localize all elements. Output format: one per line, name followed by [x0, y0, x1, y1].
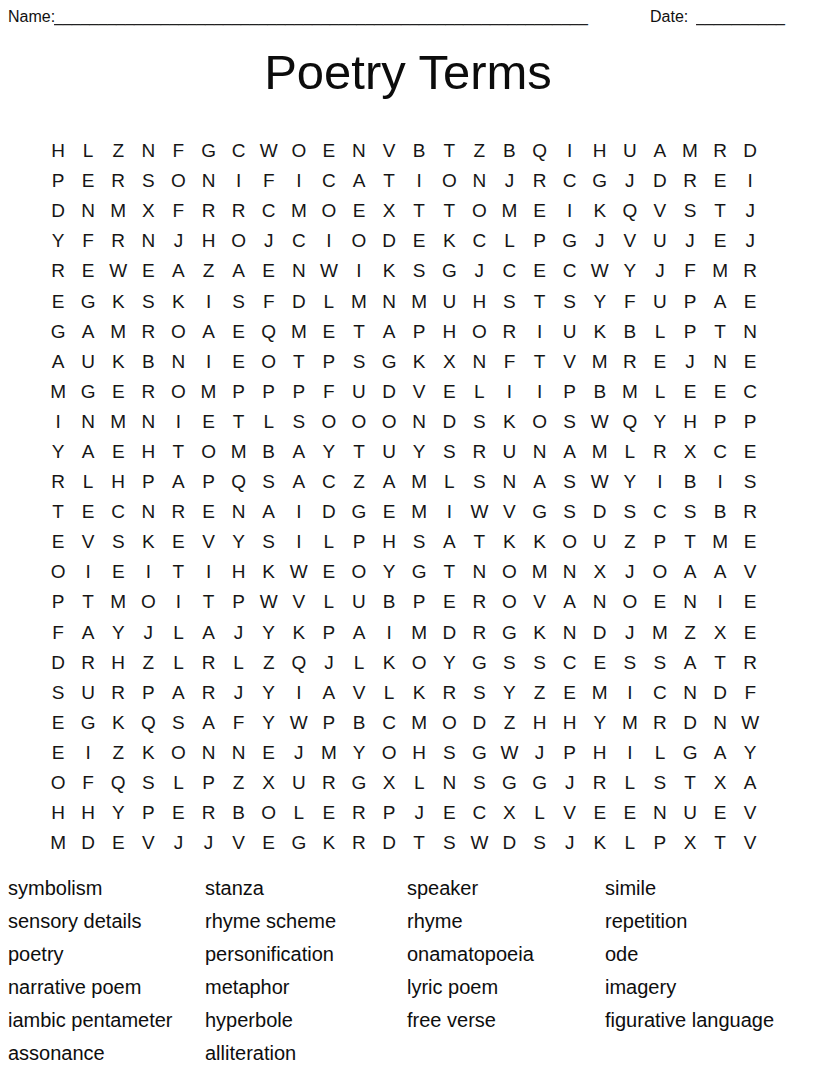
grid-cell-r24c19[interactable]: K [585, 828, 615, 858]
grid-cell-r3c21[interactable]: V [645, 196, 675, 226]
grid-cell-r2c22[interactable]: R [675, 166, 705, 196]
grid-cell-r12c9[interactable]: A [284, 467, 314, 497]
grid-cell-r2c24[interactable]: I [735, 166, 765, 196]
grid-cell-r10c6[interactable]: E [193, 407, 223, 437]
grid-cell-r24c18[interactable]: J [555, 828, 585, 858]
grid-cell-r8c23[interactable]: N [705, 347, 735, 377]
grid-cell-r5c4[interactable]: E [133, 256, 163, 286]
grid-cell-r3c4[interactable]: X [133, 196, 163, 226]
grid-cell-r3c17[interactable]: E [525, 196, 555, 226]
grid-cell-r17c13[interactable]: M [404, 618, 434, 648]
grid-cell-r24c9[interactable]: G [284, 828, 314, 858]
grid-cell-r7c11[interactable]: T [344, 317, 374, 347]
grid-cell-r6c6[interactable]: I [193, 286, 223, 316]
grid-cell-r19c6[interactable]: R [193, 678, 223, 708]
grid-cell-r5c19[interactable]: W [585, 256, 615, 286]
grid-cell-r19c12[interactable]: L [374, 678, 404, 708]
grid-cell-r24c13[interactable]: T [404, 828, 434, 858]
grid-cell-r2c10[interactable]: C [314, 166, 344, 196]
grid-cell-r7c18[interactable]: U [555, 317, 585, 347]
grid-cell-r17c14[interactable]: D [434, 618, 464, 648]
grid-cell-r22c4[interactable]: S [133, 768, 163, 798]
grid-cell-r10c3[interactable]: M [103, 407, 133, 437]
grid-cell-r20c19[interactable]: Y [585, 708, 615, 738]
grid-cell-r23c1[interactable]: H [43, 798, 73, 828]
grid-cell-r8c19[interactable]: M [585, 347, 615, 377]
grid-cell-r18c13[interactable]: O [404, 648, 434, 678]
grid-cell-r2c23[interactable]: E [705, 166, 735, 196]
grid-cell-r18c3[interactable]: H [103, 648, 133, 678]
grid-cell-r19c11[interactable]: V [344, 678, 374, 708]
grid-cell-r21c16[interactable]: W [494, 738, 524, 768]
grid-cell-r17c2[interactable]: A [73, 618, 103, 648]
grid-cell-r1c22[interactable]: M [675, 136, 705, 166]
grid-cell-r19c2[interactable]: U [73, 678, 103, 708]
grid-cell-r18c5[interactable]: L [163, 648, 193, 678]
grid-cell-r18c10[interactable]: J [314, 648, 344, 678]
grid-cell-r22c20[interactable]: L [615, 768, 645, 798]
grid-cell-r20c14[interactable]: O [434, 708, 464, 738]
grid-cell-r22c5[interactable]: L [163, 768, 193, 798]
grid-cell-r2c20[interactable]: J [615, 166, 645, 196]
grid-cell-r15c9[interactable]: W [284, 557, 314, 587]
grid-cell-r19c17[interactable]: Z [525, 678, 555, 708]
grid-cell-r14c23[interactable]: M [705, 527, 735, 557]
grid-cell-r15c11[interactable]: O [344, 557, 374, 587]
grid-cell-r21c17[interactable]: J [525, 738, 555, 768]
grid-cell-r4c18[interactable]: G [555, 226, 585, 256]
grid-cell-r16c18[interactable]: A [555, 587, 585, 617]
grid-cell-r17c24[interactable]: E [735, 618, 765, 648]
grid-cell-r16c24[interactable]: E [735, 587, 765, 617]
grid-cell-r16c6[interactable]: T [193, 587, 223, 617]
grid-cell-r8c16[interactable]: F [494, 347, 524, 377]
grid-cell-r3c24[interactable]: J [735, 196, 765, 226]
grid-cell-r11c20[interactable]: L [615, 437, 645, 467]
grid-cell-r17c20[interactable]: J [615, 618, 645, 648]
grid-cell-r16c21[interactable]: E [645, 587, 675, 617]
grid-cell-r24c22[interactable]: X [675, 828, 705, 858]
grid-cell-r9c8[interactable]: P [254, 377, 284, 407]
grid-cell-r20c16[interactable]: Z [494, 708, 524, 738]
grid-cell-r15c12[interactable]: Y [374, 557, 404, 587]
grid-cell-r14c11[interactable]: P [344, 527, 374, 557]
grid-cell-r14c22[interactable]: T [675, 527, 705, 557]
grid-cell-r2c4[interactable]: S [133, 166, 163, 196]
grid-cell-r1c17[interactable]: Q [525, 136, 555, 166]
grid-cell-r7c10[interactable]: E [314, 317, 344, 347]
grid-cell-r12c24[interactable]: S [735, 467, 765, 497]
grid-cell-r15c13[interactable]: G [404, 557, 434, 587]
grid-cell-r11c15[interactable]: R [464, 437, 494, 467]
grid-cell-r2c7[interactable]: I [224, 166, 254, 196]
grid-cell-r13c16[interactable]: V [494, 497, 524, 527]
grid-cell-r9c9[interactable]: P [284, 377, 314, 407]
grid-cell-r16c8[interactable]: W [254, 587, 284, 617]
grid-cell-r10c22[interactable]: H [675, 407, 705, 437]
grid-cell-r17c23[interactable]: X [705, 618, 735, 648]
grid-cell-r15c21[interactable]: O [645, 557, 675, 587]
grid-cell-r7c13[interactable]: P [404, 317, 434, 347]
grid-cell-r22c6[interactable]: P [193, 768, 223, 798]
grid-cell-r10c2[interactable]: N [73, 407, 103, 437]
grid-cell-r21c3[interactable]: Z [103, 738, 133, 768]
grid-cell-r18c21[interactable]: S [645, 648, 675, 678]
grid-cell-r4c16[interactable]: L [494, 226, 524, 256]
grid-cell-r7c12[interactable]: A [374, 317, 404, 347]
grid-cell-r1c13[interactable]: B [404, 136, 434, 166]
grid-cell-r9c14[interactable]: E [434, 377, 464, 407]
grid-cell-r13c4[interactable]: N [133, 497, 163, 527]
grid-cell-r18c14[interactable]: Y [434, 648, 464, 678]
grid-cell-r14c19[interactable]: U [585, 527, 615, 557]
grid-cell-r16c19[interactable]: N [585, 587, 615, 617]
grid-cell-r24c23[interactable]: T [705, 828, 735, 858]
grid-cell-r6c8[interactable]: F [254, 286, 284, 316]
grid-cell-r15c7[interactable]: H [224, 557, 254, 587]
grid-cell-r2c21[interactable]: D [645, 166, 675, 196]
grid-cell-r13c15[interactable]: W [464, 497, 494, 527]
grid-cell-r4c8[interactable]: J [254, 226, 284, 256]
grid-cell-r21c5[interactable]: O [163, 738, 193, 768]
grid-cell-r7c5[interactable]: O [163, 317, 193, 347]
grid-cell-r2c6[interactable]: N [193, 166, 223, 196]
grid-cell-r10c24[interactable]: P [735, 407, 765, 437]
grid-cell-r2c11[interactable]: A [344, 166, 374, 196]
grid-cell-r14c13[interactable]: S [404, 527, 434, 557]
grid-cell-r3c22[interactable]: S [675, 196, 705, 226]
grid-cell-r18c9[interactable]: Q [284, 648, 314, 678]
grid-cell-r3c2[interactable]: N [73, 196, 103, 226]
grid-cell-r3c14[interactable]: T [434, 196, 464, 226]
grid-cell-r22c13[interactable]: L [404, 768, 434, 798]
grid-cell-r24c15[interactable]: W [464, 828, 494, 858]
grid-cell-r20c2[interactable]: G [73, 708, 103, 738]
grid-cell-r8c6[interactable]: I [193, 347, 223, 377]
grid-cell-r16c22[interactable]: N [675, 587, 705, 617]
grid-cell-r7c16[interactable]: R [494, 317, 524, 347]
grid-cell-r24c8[interactable]: E [254, 828, 284, 858]
grid-cell-r15c17[interactable]: M [525, 557, 555, 587]
grid-cell-r14c18[interactable]: O [555, 527, 585, 557]
grid-cell-r14c3[interactable]: S [103, 527, 133, 557]
grid-cell-r10c23[interactable]: P [705, 407, 735, 437]
grid-cell-r21c18[interactable]: P [555, 738, 585, 768]
grid-cell-r16c2[interactable]: T [73, 587, 103, 617]
grid-cell-r20c18[interactable]: H [555, 708, 585, 738]
grid-cell-r15c5[interactable]: T [163, 557, 193, 587]
grid-cell-r13c8[interactable]: A [254, 497, 284, 527]
grid-cell-r23c6[interactable]: R [193, 798, 223, 828]
grid-cell-r11c18[interactable]: A [555, 437, 585, 467]
grid-cell-r11c4[interactable]: H [133, 437, 163, 467]
grid-cell-r1c9[interactable]: O [284, 136, 314, 166]
grid-cell-r17c9[interactable]: K [284, 618, 314, 648]
grid-cell-r9c4[interactable]: R [133, 377, 163, 407]
grid-cell-r14c12[interactable]: H [374, 527, 404, 557]
grid-cell-r8c8[interactable]: O [254, 347, 284, 377]
grid-cell-r20c3[interactable]: K [103, 708, 133, 738]
grid-cell-r23c5[interactable]: E [163, 798, 193, 828]
grid-cell-r20c22[interactable]: D [675, 708, 705, 738]
grid-cell-r6c11[interactable]: M [344, 286, 374, 316]
grid-cell-r4c15[interactable]: C [464, 226, 494, 256]
grid-cell-r11c6[interactable]: O [193, 437, 223, 467]
grid-cell-r1c2[interactable]: L [73, 136, 103, 166]
grid-cell-r3c13[interactable]: T [404, 196, 434, 226]
grid-cell-r20c10[interactable]: P [314, 708, 344, 738]
grid-cell-r11c24[interactable]: E [735, 437, 765, 467]
grid-cell-r20c1[interactable]: E [43, 708, 73, 738]
grid-cell-r13c9[interactable]: I [284, 497, 314, 527]
grid-cell-r2c17[interactable]: R [525, 166, 555, 196]
grid-cell-r6c15[interactable]: H [464, 286, 494, 316]
grid-cell-r10c7[interactable]: T [224, 407, 254, 437]
grid-cell-r14c6[interactable]: V [193, 527, 223, 557]
grid-cell-r3c1[interactable]: D [43, 196, 73, 226]
grid-cell-r23c8[interactable]: O [254, 798, 284, 828]
grid-cell-r10c18[interactable]: S [555, 407, 585, 437]
grid-cell-r13c20[interactable]: S [615, 497, 645, 527]
grid-cell-r13c11[interactable]: G [344, 497, 374, 527]
grid-cell-r1c16[interactable]: B [494, 136, 524, 166]
grid-cell-r16c17[interactable]: V [525, 587, 555, 617]
grid-cell-r9c1[interactable]: M [43, 377, 73, 407]
grid-cell-r23c7[interactable]: B [224, 798, 254, 828]
grid-cell-r14c7[interactable]: Y [224, 527, 254, 557]
grid-cell-r2c19[interactable]: G [585, 166, 615, 196]
grid-cell-r23c10[interactable]: E [314, 798, 344, 828]
grid-cell-r17c3[interactable]: Y [103, 618, 133, 648]
grid-cell-r20c13[interactable]: M [404, 708, 434, 738]
grid-cell-r5c16[interactable]: C [494, 256, 524, 286]
grid-cell-r17c5[interactable]: L [163, 618, 193, 648]
grid-cell-r12c4[interactable]: P [133, 467, 163, 497]
grid-cell-r16c15[interactable]: R [464, 587, 494, 617]
grid-cell-r5c11[interactable]: I [344, 256, 374, 286]
grid-cell-r16c16[interactable]: O [494, 587, 524, 617]
grid-cell-r18c24[interactable]: R [735, 648, 765, 678]
grid-cell-r19c14[interactable]: R [434, 678, 464, 708]
grid-cell-r14c21[interactable]: P [645, 527, 675, 557]
grid-cell-r21c8[interactable]: E [254, 738, 284, 768]
grid-cell-r9c2[interactable]: G [73, 377, 103, 407]
grid-cell-r22c22[interactable]: T [675, 768, 705, 798]
grid-cell-r8c13[interactable]: K [404, 347, 434, 377]
grid-cell-r12c16[interactable]: N [494, 467, 524, 497]
grid-cell-r20c24[interactable]: W [735, 708, 765, 738]
grid-cell-r19c16[interactable]: Y [494, 678, 524, 708]
grid-cell-r1c10[interactable]: E [314, 136, 344, 166]
grid-cell-r15c3[interactable]: E [103, 557, 133, 587]
grid-cell-r6c20[interactable]: F [615, 286, 645, 316]
grid-cell-r22c9[interactable]: U [284, 768, 314, 798]
grid-cell-r18c16[interactable]: S [494, 648, 524, 678]
grid-cell-r20c5[interactable]: S [163, 708, 193, 738]
grid-cell-r20c4[interactable]: Q [133, 708, 163, 738]
grid-cell-r19c13[interactable]: K [404, 678, 434, 708]
grid-cell-r2c12[interactable]: T [374, 166, 404, 196]
grid-cell-r21c14[interactable]: S [434, 738, 464, 768]
grid-cell-r10c1[interactable]: I [43, 407, 73, 437]
grid-cell-r1c21[interactable]: A [645, 136, 675, 166]
grid-cell-r6c14[interactable]: U [434, 286, 464, 316]
grid-cell-r18c8[interactable]: Z [254, 648, 284, 678]
grid-cell-r14c5[interactable]: E [163, 527, 193, 557]
grid-cell-r7c1[interactable]: G [43, 317, 73, 347]
grid-cell-r2c3[interactable]: R [103, 166, 133, 196]
grid-cell-r5c10[interactable]: W [314, 256, 344, 286]
grid-cell-r22c8[interactable]: X [254, 768, 284, 798]
grid-cell-r8c1[interactable]: A [43, 347, 73, 377]
grid-cell-r3c15[interactable]: O [464, 196, 494, 226]
grid-cell-r24c3[interactable]: E [103, 828, 133, 858]
grid-cell-r19c23[interactable]: D [705, 678, 735, 708]
grid-cell-r24c21[interactable]: P [645, 828, 675, 858]
grid-cell-r11c19[interactable]: M [585, 437, 615, 467]
grid-cell-r2c1[interactable]: P [43, 166, 73, 196]
grid-cell-r11c16[interactable]: U [494, 437, 524, 467]
grid-cell-r12c14[interactable]: L [434, 467, 464, 497]
grid-cell-r9c18[interactable]: P [555, 377, 585, 407]
grid-cell-r23c3[interactable]: Y [103, 798, 133, 828]
grid-cell-r4c4[interactable]: N [133, 226, 163, 256]
grid-cell-r3c18[interactable]: I [555, 196, 585, 226]
grid-cell-r7c21[interactable]: L [645, 317, 675, 347]
grid-cell-r20c12[interactable]: C [374, 708, 404, 738]
grid-cell-r24c1[interactable]: M [43, 828, 73, 858]
grid-cell-r9c23[interactable]: E [705, 377, 735, 407]
grid-cell-r18c19[interactable]: E [585, 648, 615, 678]
grid-cell-r1c1[interactable]: H [43, 136, 73, 166]
grid-cell-r5c14[interactable]: G [434, 256, 464, 286]
grid-cell-r17c10[interactable]: P [314, 618, 344, 648]
grid-cell-r11c5[interactable]: T [163, 437, 193, 467]
grid-cell-r20c8[interactable]: Y [254, 708, 284, 738]
grid-cell-r1c20[interactable]: U [615, 136, 645, 166]
grid-cell-r4c21[interactable]: U [645, 226, 675, 256]
grid-cell-r15c10[interactable]: E [314, 557, 344, 587]
grid-cell-r19c9[interactable]: I [284, 678, 314, 708]
grid-cell-r24c6[interactable]: J [193, 828, 223, 858]
grid-cell-r17c18[interactable]: N [555, 618, 585, 648]
grid-cell-r23c2[interactable]: H [73, 798, 103, 828]
grid-cell-r10c13[interactable]: N [404, 407, 434, 437]
grid-cell-r18c2[interactable]: R [73, 648, 103, 678]
grid-cell-r8c4[interactable]: B [133, 347, 163, 377]
grid-cell-r3c9[interactable]: M [284, 196, 314, 226]
grid-cell-r11c21[interactable]: R [645, 437, 675, 467]
grid-cell-r12c8[interactable]: S [254, 467, 284, 497]
grid-cell-r8c21[interactable]: E [645, 347, 675, 377]
grid-cell-r22c16[interactable]: G [494, 768, 524, 798]
grid-cell-r19c15[interactable]: S [464, 678, 494, 708]
grid-cell-r21c6[interactable]: N [193, 738, 223, 768]
grid-cell-r2c2[interactable]: E [73, 166, 103, 196]
grid-cell-r7c22[interactable]: P [675, 317, 705, 347]
grid-cell-r16c3[interactable]: M [103, 587, 133, 617]
grid-cell-r13c12[interactable]: E [374, 497, 404, 527]
grid-cell-r16c14[interactable]: E [434, 587, 464, 617]
grid-cell-r21c15[interactable]: G [464, 738, 494, 768]
grid-cell-r23c19[interactable]: E [585, 798, 615, 828]
grid-cell-r3c6[interactable]: R [193, 196, 223, 226]
grid-cell-r1c7[interactable]: C [224, 136, 254, 166]
grid-cell-r22c24[interactable]: A [735, 768, 765, 798]
grid-cell-r21c1[interactable]: E [43, 738, 73, 768]
grid-cell-r8c5[interactable]: N [163, 347, 193, 377]
grid-cell-r17c16[interactable]: G [494, 618, 524, 648]
grid-cell-r24c20[interactable]: L [615, 828, 645, 858]
grid-cell-r5c8[interactable]: E [254, 256, 284, 286]
grid-cell-r1c14[interactable]: T [434, 136, 464, 166]
grid-cell-r22c14[interactable]: N [434, 768, 464, 798]
grid-cell-r5c3[interactable]: W [103, 256, 133, 286]
grid-cell-r21c23[interactable]: A [705, 738, 735, 768]
grid-cell-r10c4[interactable]: N [133, 407, 163, 437]
grid-cell-r6c21[interactable]: U [645, 286, 675, 316]
grid-cell-r4c20[interactable]: V [615, 226, 645, 256]
grid-cell-r19c1[interactable]: S [43, 678, 73, 708]
grid-cell-r23c12[interactable]: P [374, 798, 404, 828]
grid-cell-r3c19[interactable]: K [585, 196, 615, 226]
grid-cell-r8c3[interactable]: K [103, 347, 133, 377]
grid-cell-r24c17[interactable]: S [525, 828, 555, 858]
grid-cell-r18c15[interactable]: G [464, 648, 494, 678]
grid-cell-r20c6[interactable]: A [193, 708, 223, 738]
grid-cell-r5c22[interactable]: F [675, 256, 705, 286]
grid-cell-r8c11[interactable]: S [344, 347, 374, 377]
grid-cell-r11c13[interactable]: Y [404, 437, 434, 467]
grid-cell-r13c7[interactable]: N [224, 497, 254, 527]
grid-cell-r15c2[interactable]: I [73, 557, 103, 587]
grid-cell-r1c18[interactable]: I [555, 136, 585, 166]
grid-cell-r9c20[interactable]: M [615, 377, 645, 407]
grid-cell-r9c12[interactable]: D [374, 377, 404, 407]
grid-cell-r9c19[interactable]: B [585, 377, 615, 407]
grid-cell-r18c7[interactable]: L [224, 648, 254, 678]
grid-cell-r23c14[interactable]: E [434, 798, 464, 828]
grid-cell-r21c24[interactable]: Y [735, 738, 765, 768]
grid-cell-r21c10[interactable]: M [314, 738, 344, 768]
grid-cell-r6c7[interactable]: S [224, 286, 254, 316]
grid-cell-r11c8[interactable]: B [254, 437, 284, 467]
grid-cell-r21c22[interactable]: G [675, 738, 705, 768]
grid-cell-r4c10[interactable]: I [314, 226, 344, 256]
grid-cell-r12c13[interactable]: M [404, 467, 434, 497]
grid-cell-r7c7[interactable]: E [224, 317, 254, 347]
grid-cell-r9c21[interactable]: L [645, 377, 675, 407]
grid-cell-r6c1[interactable]: E [43, 286, 73, 316]
grid-cell-r5c20[interactable]: Y [615, 256, 645, 286]
grid-cell-r1c3[interactable]: Z [103, 136, 133, 166]
grid-cell-r19c24[interactable]: F [735, 678, 765, 708]
grid-cell-r22c19[interactable]: R [585, 768, 615, 798]
grid-cell-r11c2[interactable]: A [73, 437, 103, 467]
grid-cell-r12c15[interactable]: S [464, 467, 494, 497]
grid-cell-r7c9[interactable]: M [284, 317, 314, 347]
grid-cell-r24c10[interactable]: K [314, 828, 344, 858]
grid-cell-r22c11[interactable]: G [344, 768, 374, 798]
grid-cell-r12c20[interactable]: Y [615, 467, 645, 497]
grid-cell-r9c11[interactable]: U [344, 377, 374, 407]
grid-cell-r24c11[interactable]: R [344, 828, 374, 858]
grid-cell-r8c10[interactable]: P [314, 347, 344, 377]
grid-cell-r4c24[interactable]: J [735, 226, 765, 256]
grid-cell-r15c6[interactable]: I [193, 557, 223, 587]
grid-cell-r14c2[interactable]: V [73, 527, 103, 557]
grid-cell-r17c4[interactable]: J [133, 618, 163, 648]
